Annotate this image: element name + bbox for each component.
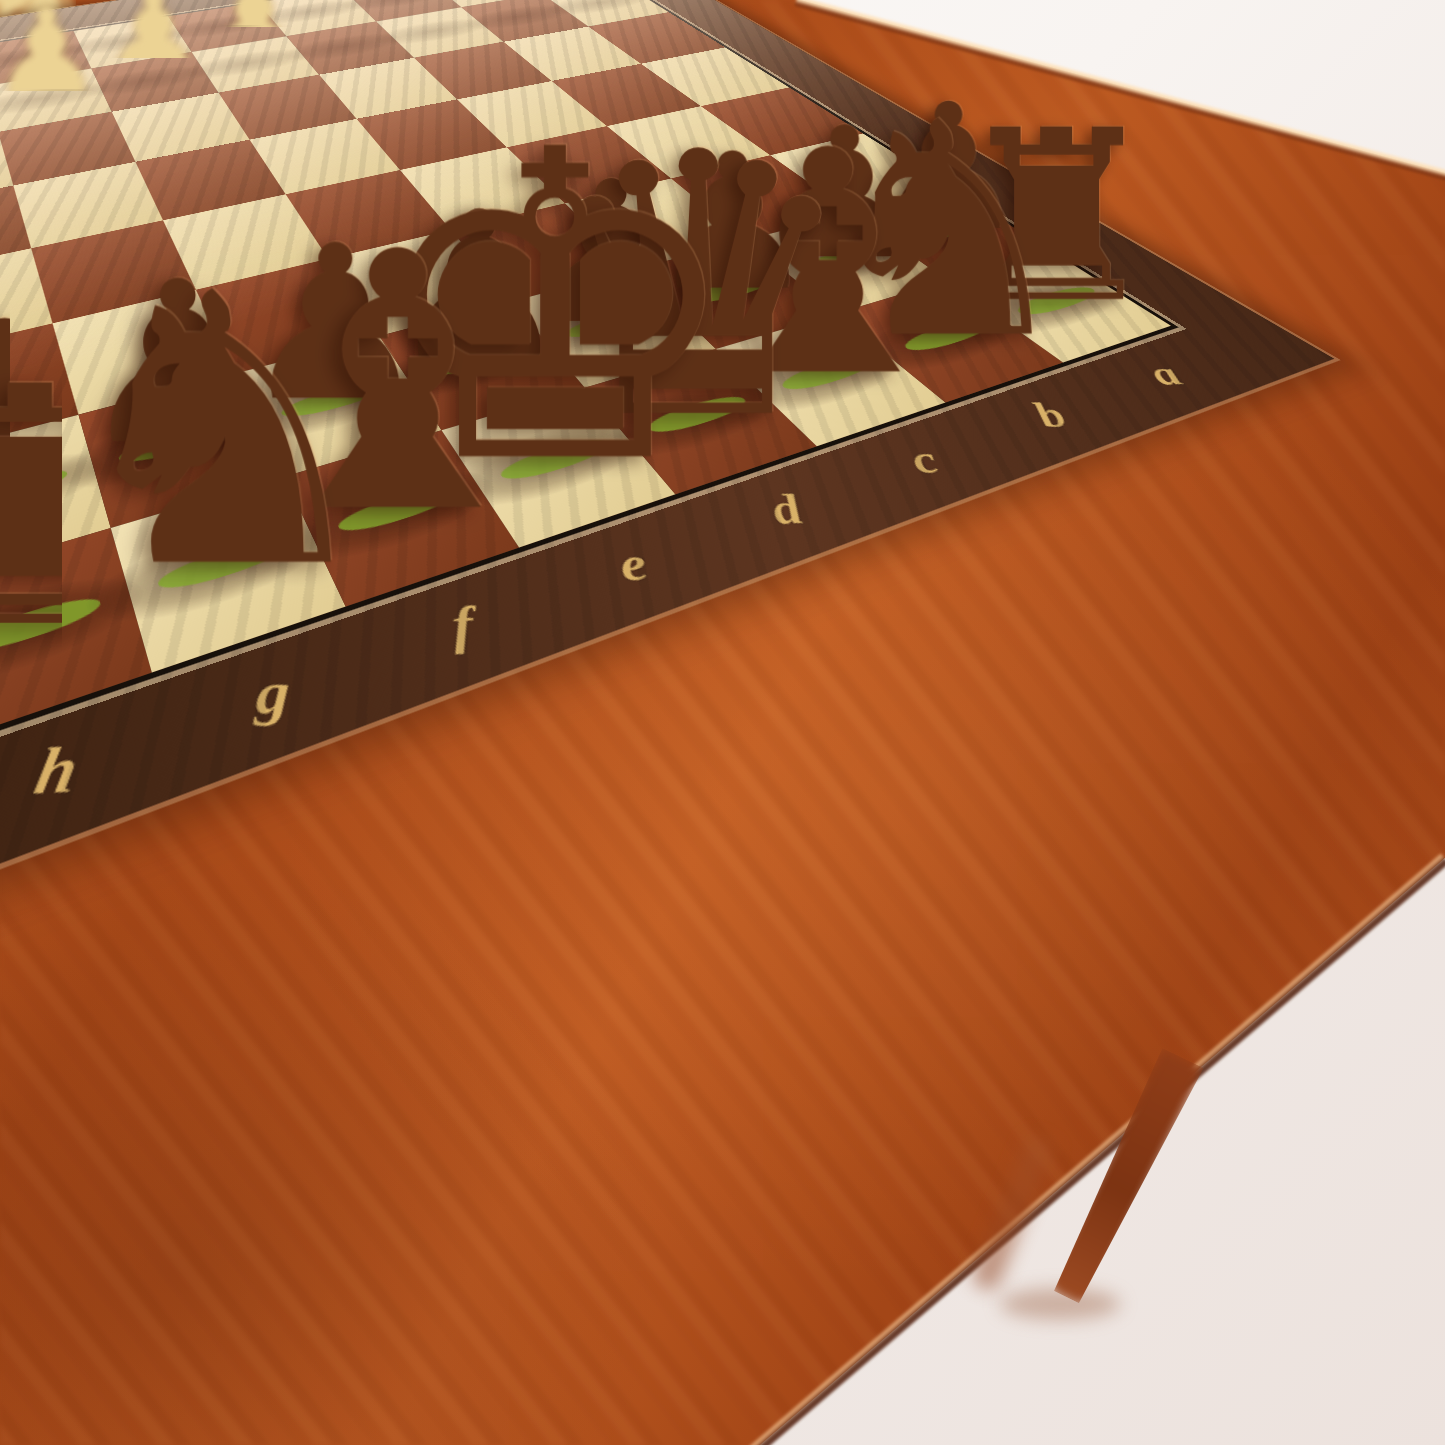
- file-letter-a: a: [1135, 355, 1193, 393]
- file-letter-e: e: [612, 537, 653, 592]
- file-letter-d: d: [761, 485, 810, 535]
- file-letter-g: g: [253, 659, 290, 728]
- file-letter-h: h: [29, 731, 85, 809]
- file-letter-c: c: [898, 437, 948, 482]
- file-letter-b: b: [1021, 394, 1077, 435]
- square-f3[interactable]: [112, 93, 250, 162]
- piece-white-pawn-h2[interactable]: ♟: [0, 8, 91, 136]
- chess-table-photo: ♜♞♝♚♛♝♞♜♟♟♟♟♟♟♟♟♟♟♟♟♟♟♟♟♜♞♝♚♛♝♞♜ hgfedcb…: [0, 0, 1445, 1445]
- square-a3[interactable]: [588, 12, 725, 63]
- file-letter-f: f: [448, 595, 476, 656]
- piece-black-rook-h8[interactable]: ♜: [0, 345, 313, 674]
